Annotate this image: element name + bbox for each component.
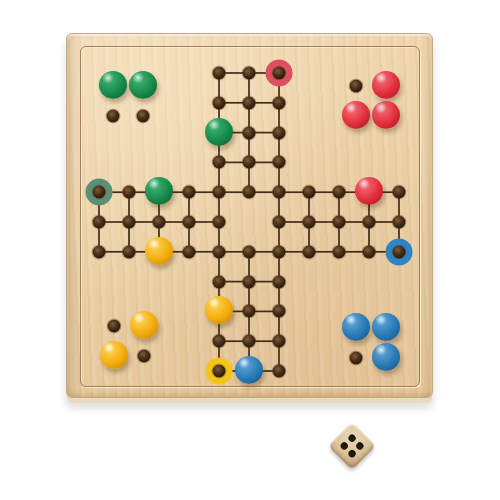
track-hole[interactable] — [243, 126, 256, 139]
track-hole[interactable] — [213, 186, 226, 199]
track-hole[interactable] — [363, 216, 376, 229]
track-hole[interactable] — [273, 275, 286, 288]
track-hole[interactable] — [183, 186, 196, 199]
track-hole[interactable] — [273, 365, 286, 378]
track-hole[interactable] — [183, 216, 196, 229]
track-hole[interactable] — [93, 245, 106, 258]
home-hole-red[interactable] — [350, 80, 363, 93]
die-pip — [339, 441, 349, 451]
peg-red[interactable] — [355, 177, 383, 205]
track-hole[interactable] — [393, 245, 406, 258]
peg-yellow[interactable] — [130, 311, 158, 339]
track-hole[interactable] — [213, 67, 226, 80]
track-hole[interactable] — [243, 305, 256, 318]
track-hole[interactable] — [243, 96, 256, 109]
home-hole-yellow[interactable] — [108, 320, 121, 333]
track-hole[interactable] — [243, 186, 256, 199]
peg-blue[interactable] — [372, 313, 400, 341]
track-hole[interactable] — [213, 96, 226, 109]
track-hole[interactable] — [243, 156, 256, 169]
home-hole-green[interactable] — [107, 110, 120, 123]
track-hole[interactable] — [273, 245, 286, 258]
track-hole[interactable] — [153, 216, 166, 229]
track-hole[interactable] — [213, 335, 226, 348]
track-hole[interactable] — [273, 186, 286, 199]
track-hole[interactable] — [213, 216, 226, 229]
peg-green[interactable] — [205, 117, 233, 145]
peg-yellow[interactable] — [205, 296, 233, 324]
track-hole[interactable] — [123, 216, 136, 229]
ludo-board — [66, 33, 433, 398]
peg-green[interactable] — [129, 71, 157, 99]
track-hole[interactable] — [93, 186, 106, 199]
track-hole[interactable] — [333, 186, 346, 199]
track-hole[interactable] — [303, 245, 316, 258]
track-hole[interactable] — [393, 216, 406, 229]
die-pips — [336, 430, 367, 461]
home-hole-yellow[interactable] — [138, 350, 151, 363]
track-hole[interactable] — [303, 186, 316, 199]
peg-green[interactable] — [99, 71, 127, 99]
die-pip — [355, 441, 365, 451]
track-hole[interactable] — [273, 96, 286, 109]
home-hole-blue[interactable] — [350, 352, 363, 365]
peg-yellow[interactable] — [100, 341, 128, 369]
die-pip — [347, 433, 357, 443]
track-hole[interactable] — [273, 156, 286, 169]
peg-blue[interactable] — [342, 313, 370, 341]
wooden-die[interactable] — [328, 422, 376, 470]
track-hole[interactable] — [273, 335, 286, 348]
track-hole[interactable] — [123, 186, 136, 199]
track-hole[interactable] — [243, 275, 256, 288]
track-hole[interactable] — [363, 245, 376, 258]
track-hole[interactable] — [213, 275, 226, 288]
peg-blue[interactable] — [372, 343, 400, 371]
track-hole[interactable] — [273, 305, 286, 318]
track-hole[interactable] — [183, 245, 196, 258]
track-hole[interactable] — [333, 245, 346, 258]
home-hole-green[interactable] — [137, 110, 150, 123]
track-hole[interactable] — [213, 156, 226, 169]
track-hole[interactable] — [273, 216, 286, 229]
peg-blue[interactable] — [235, 356, 263, 384]
track-hole[interactable] — [243, 67, 256, 80]
peg-yellow[interactable] — [145, 237, 173, 265]
track-hole[interactable] — [273, 126, 286, 139]
track-hole[interactable] — [273, 67, 286, 80]
peg-red[interactable] — [372, 71, 400, 99]
track-hole[interactable] — [93, 216, 106, 229]
track-hole[interactable] — [213, 365, 226, 378]
track-hole[interactable] — [243, 335, 256, 348]
track-hole[interactable] — [303, 216, 316, 229]
track-hole[interactable] — [333, 216, 346, 229]
track-hole[interactable] — [393, 186, 406, 199]
peg-red[interactable] — [342, 101, 370, 129]
track-hole[interactable] — [243, 245, 256, 258]
track-hole[interactable] — [123, 245, 136, 258]
peg-green[interactable] — [145, 177, 173, 205]
die-pip — [347, 449, 357, 459]
scene: { "game": "ludo", "description": "Wooden… — [0, 0, 500, 500]
peg-red[interactable] — [372, 101, 400, 129]
track-hole[interactable] — [213, 245, 226, 258]
